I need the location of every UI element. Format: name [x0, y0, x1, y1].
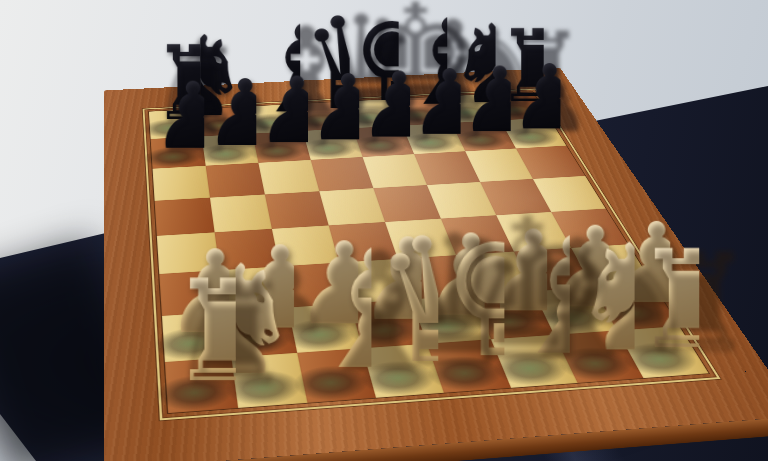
- piece-white-rook-a1[interactable]: ♜: [167, 261, 236, 401]
- piece-white-bishop-c1[interactable]: ♝: [303, 228, 371, 393]
- piece-black-pawn-a7[interactable]: ♟: [152, 71, 204, 163]
- pieces-layer: ♜♞♝♛♚♝♞♜♟♟♟♟♟♟♟♟♟♟♟♟♟♟♟♟♜♞♝♛♚♝♞♜: [104, 68, 768, 461]
- chess-board: ♜♞♝♛♚♝♞♜♟♟♟♟♟♟♟♟♟♟♟♟♟♟♟♟♜♞♝♛♚♝♞♜: [104, 68, 768, 461]
- photo-scene: ♜♞♝♛♚♝♞♜♟♟♟♟♟♟♟♟♟♟♟♟♟♟♟♟♜♞♝♛♚♝♞♜: [0, 0, 768, 461]
- scene-3d: ♜♞♝♛♚♝♞♜♟♟♟♟♟♟♟♟♟♟♟♟♟♟♟♟♜♞♝♛♚♝♞♜: [0, 0, 768, 461]
